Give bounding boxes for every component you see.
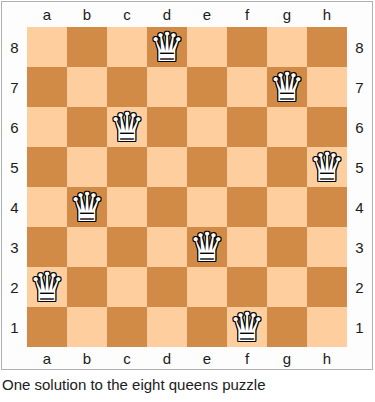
square-a6 xyxy=(27,107,67,147)
square-h6 xyxy=(307,107,347,147)
file-label-e-bottom: e xyxy=(187,347,227,369)
square-g3 xyxy=(267,227,307,267)
square-g5 xyxy=(267,147,307,187)
chess-diagram: abcdefgh8♛87♛76♛65♛54♛43♛32♛21♛1abcdefgh xyxy=(1,1,373,370)
square-d1 xyxy=(147,307,187,347)
square-h1 xyxy=(307,307,347,347)
square-c1 xyxy=(107,307,147,347)
white-queen-piece: ♛ xyxy=(269,67,305,107)
square-f6 xyxy=(227,107,267,147)
rank-label-8-left: 8 xyxy=(2,27,27,67)
file-label-b-top: b xyxy=(67,2,107,27)
square-e6 xyxy=(187,107,227,147)
square-e5 xyxy=(187,147,227,187)
corner-spacer xyxy=(347,347,372,369)
square-b8 xyxy=(67,27,107,67)
square-e4 xyxy=(187,187,227,227)
file-label-f-top: f xyxy=(227,2,267,27)
rank-label-8-right: 8 xyxy=(347,27,372,67)
white-queen-piece: ♛ xyxy=(309,147,345,187)
square-g7: ♛ xyxy=(267,67,307,107)
square-a4 xyxy=(27,187,67,227)
square-g8 xyxy=(267,27,307,67)
square-f8 xyxy=(227,27,267,67)
rank-label-5-left: 5 xyxy=(2,147,27,187)
file-label-f-bottom: f xyxy=(227,347,267,369)
square-f7 xyxy=(227,67,267,107)
rank-label-2-right: 2 xyxy=(347,267,372,307)
caption: One solution to the eight queens puzzle xyxy=(2,376,375,394)
square-f4 xyxy=(227,187,267,227)
rank-label-4-right: 4 xyxy=(347,187,372,227)
square-d8: ♛ xyxy=(147,27,187,67)
white-queen-piece: ♛ xyxy=(109,107,145,147)
rank-label-4-left: 4 xyxy=(2,187,27,227)
square-a3 xyxy=(27,227,67,267)
square-a1 xyxy=(27,307,67,347)
square-c6: ♛ xyxy=(107,107,147,147)
square-h8 xyxy=(307,27,347,67)
square-c4 xyxy=(107,187,147,227)
square-a5 xyxy=(27,147,67,187)
square-f1: ♛ xyxy=(227,307,267,347)
file-label-c-bottom: c xyxy=(107,347,147,369)
square-d6 xyxy=(147,107,187,147)
rank-label-7-left: 7 xyxy=(2,67,27,107)
file-label-g-top: g xyxy=(267,2,307,27)
square-h3 xyxy=(307,227,347,267)
square-c3 xyxy=(107,227,147,267)
square-b5 xyxy=(67,147,107,187)
square-a2: ♛ xyxy=(27,267,67,307)
square-e2 xyxy=(187,267,227,307)
square-b4: ♛ xyxy=(67,187,107,227)
square-f5 xyxy=(227,147,267,187)
file-label-h-top: h xyxy=(307,2,347,27)
square-c2 xyxy=(107,267,147,307)
rank-label-6-right: 6 xyxy=(347,107,372,147)
square-e7 xyxy=(187,67,227,107)
square-a7 xyxy=(27,67,67,107)
corner-spacer xyxy=(2,2,27,27)
square-d7 xyxy=(147,67,187,107)
square-h2 xyxy=(307,267,347,307)
square-c8 xyxy=(107,27,147,67)
square-c7 xyxy=(107,67,147,107)
square-c5 xyxy=(107,147,147,187)
rank-label-1-left: 1 xyxy=(2,307,27,347)
square-e1 xyxy=(187,307,227,347)
square-d4 xyxy=(147,187,187,227)
white-queen-piece: ♛ xyxy=(69,187,105,227)
square-a8 xyxy=(27,27,67,67)
square-f2 xyxy=(227,267,267,307)
rank-label-7-right: 7 xyxy=(347,67,372,107)
square-g2 xyxy=(267,267,307,307)
square-h7 xyxy=(307,67,347,107)
square-f3 xyxy=(227,227,267,267)
file-label-a-bottom: a xyxy=(27,347,67,369)
file-label-c-top: c xyxy=(107,2,147,27)
square-b2 xyxy=(67,267,107,307)
board: abcdefgh8♛87♛76♛65♛54♛43♛32♛21♛1abcdefgh xyxy=(2,2,372,369)
corner-spacer xyxy=(347,2,372,27)
white-queen-piece: ♛ xyxy=(149,27,185,67)
white-queen-piece: ♛ xyxy=(29,267,65,307)
square-g1 xyxy=(267,307,307,347)
file-label-a-top: a xyxy=(27,2,67,27)
file-label-b-bottom: b xyxy=(67,347,107,369)
rank-label-5-right: 5 xyxy=(347,147,372,187)
square-b6 xyxy=(67,107,107,147)
white-queen-piece: ♛ xyxy=(189,227,225,267)
square-g4 xyxy=(267,187,307,227)
corner-spacer xyxy=(2,347,27,369)
square-e3: ♛ xyxy=(187,227,227,267)
square-d2 xyxy=(147,267,187,307)
square-d5 xyxy=(147,147,187,187)
square-h4 xyxy=(307,187,347,227)
square-d3 xyxy=(147,227,187,267)
rank-label-3-right: 3 xyxy=(347,227,372,267)
square-b3 xyxy=(67,227,107,267)
file-label-d-bottom: d xyxy=(147,347,187,369)
square-h5: ♛ xyxy=(307,147,347,187)
square-b1 xyxy=(67,307,107,347)
square-g6 xyxy=(267,107,307,147)
rank-label-2-left: 2 xyxy=(2,267,27,307)
file-label-g-bottom: g xyxy=(267,347,307,369)
rank-label-1-right: 1 xyxy=(347,307,372,347)
rank-label-6-left: 6 xyxy=(2,107,27,147)
square-b7 xyxy=(67,67,107,107)
square-e8 xyxy=(187,27,227,67)
file-label-h-bottom: h xyxy=(307,347,347,369)
rank-label-3-left: 3 xyxy=(2,227,27,267)
white-queen-piece: ♛ xyxy=(229,307,265,347)
file-label-e-top: e xyxy=(187,2,227,27)
